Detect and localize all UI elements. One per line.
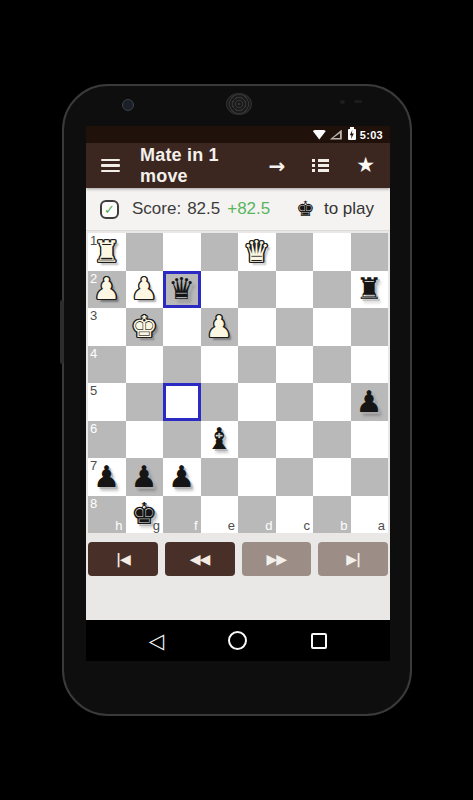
square-d7[interactable] [238, 458, 276, 496]
file-label-c: c [304, 518, 311, 533]
piece-white-rook: ♜ [93, 237, 120, 267]
square-e8[interactable]: e [201, 496, 239, 534]
piece-black-pawn: ♟ [356, 387, 383, 417]
proximity-sensor [340, 100, 345, 104]
rank-label-1: 1 [90, 233, 97, 248]
checkmark-icon: ✓ [104, 203, 115, 216]
screenshot-stage: { "game": "chess", "position": { "fen": … [0, 0, 473, 800]
piece-white-king: ♚ [131, 312, 158, 342]
rank-label-5: 5 [90, 383, 97, 398]
square-d2[interactable] [238, 271, 276, 309]
square-f6[interactable] [163, 421, 201, 459]
score-bar: ✓ Score: 82.5 +82.5 ♚ to play [86, 188, 390, 231]
piece-black-queen: ♛ [168, 274, 195, 304]
square-d1[interactable]: ♛ [238, 233, 276, 271]
front-camera [122, 99, 134, 111]
square-e1[interactable] [201, 233, 239, 271]
screen-filler [86, 576, 390, 620]
piece-black-pawn: ♟ [168, 462, 195, 492]
square-g4[interactable] [126, 346, 164, 384]
app-bar: Mate in 1 move → ★ [86, 143, 390, 188]
square-f4[interactable] [163, 346, 201, 384]
square-d8[interactable]: d [238, 496, 276, 534]
score-value: 82.5 [187, 199, 220, 219]
square-b1[interactable] [313, 233, 351, 271]
piece-black-rook: ♜ [356, 274, 383, 304]
square-f1[interactable] [163, 233, 201, 271]
square-b8[interactable]: b [313, 496, 351, 534]
replay-controls: |◀ ◀◀ ▶▶ ▶| [88, 542, 388, 576]
square-d4[interactable] [238, 346, 276, 384]
square-b5[interactable] [313, 383, 351, 421]
light-sensor [354, 100, 362, 103]
score-label: Score: [132, 199, 181, 219]
rank-label-3: 3 [90, 308, 97, 323]
square-e3[interactable]: ♟ [201, 308, 239, 346]
square-f3[interactable] [163, 308, 201, 346]
square-c2[interactable] [276, 271, 314, 309]
square-a1[interactable] [351, 233, 389, 271]
status-clock: 5:03 [360, 129, 383, 141]
square-a6[interactable] [351, 421, 389, 459]
signal-icon [330, 130, 342, 140]
square-g1[interactable] [126, 233, 164, 271]
square-h4[interactable]: 4 [88, 346, 126, 384]
square-e4[interactable] [201, 346, 239, 384]
next-puzzle-arrow-icon[interactable]: → [268, 156, 285, 176]
square-c3[interactable] [276, 308, 314, 346]
square-h6[interactable]: 6 [88, 421, 126, 459]
square-e5[interactable] [201, 383, 239, 421]
square-h5[interactable]: 5 [88, 383, 126, 421]
square-b7[interactable] [313, 458, 351, 496]
menu-icon[interactable] [101, 159, 120, 173]
wifi-icon [313, 130, 326, 140]
square-b3[interactable] [313, 308, 351, 346]
battery-charging-icon [348, 129, 356, 140]
square-h2[interactable]: 2♟ [88, 271, 126, 309]
square-b2[interactable] [313, 271, 351, 309]
step-back-button[interactable]: ◀◀ [165, 542, 235, 576]
black-king-icon: ♚ [296, 199, 315, 220]
piece-white-pawn: ♟ [93, 274, 120, 304]
file-label-h: h [115, 518, 122, 533]
square-f7[interactable]: ♟ [163, 458, 201, 496]
square-b6[interactable] [313, 421, 351, 459]
rank-label-6: 6 [90, 421, 97, 436]
square-a3[interactable] [351, 308, 389, 346]
phone-body: 5:03 Mate in 1 move → ★ ✓ Score: 82.5 +8… [62, 84, 412, 716]
square-a4[interactable] [351, 346, 389, 384]
square-e2[interactable] [201, 271, 239, 309]
rank-label-7: 7 [90, 458, 97, 473]
square-c5[interactable] [276, 383, 314, 421]
square-d5[interactable] [238, 383, 276, 421]
earpiece-speaker [226, 93, 252, 115]
piece-white-pawn: ♟ [131, 274, 158, 304]
square-h3[interactable]: 3 [88, 308, 126, 346]
square-b4[interactable] [313, 346, 351, 384]
board-wrap: 1♜♛2♟♟♛♜3♚♟45♟6♝7♟♟♟8hg♚fedcba [88, 233, 388, 533]
skip-to-end-button[interactable]: ▶| [318, 542, 388, 576]
rank-label-8: 8 [90, 496, 97, 511]
square-c6[interactable] [276, 421, 314, 459]
puzzle-list-icon[interactable] [312, 159, 329, 172]
square-h1[interactable]: 1♜ [88, 233, 126, 271]
square-c1[interactable] [276, 233, 314, 271]
square-a5[interactable]: ♟ [351, 383, 389, 421]
square-g8[interactable]: g♚ [126, 496, 164, 534]
square-g6[interactable] [126, 421, 164, 459]
file-label-a: a [378, 518, 385, 533]
page-title: Mate in 1 move [140, 145, 268, 187]
square-f8[interactable]: f [163, 496, 201, 534]
app-screen: 5:03 Mate in 1 move → ★ ✓ Score: 82.5 +8… [86, 126, 390, 661]
score-delta: +82.5 [227, 199, 270, 219]
square-c4[interactable] [276, 346, 314, 384]
square-d6[interactable] [238, 421, 276, 459]
piece-black-bishop: ♝ [206, 424, 233, 454]
square-g3[interactable]: ♚ [126, 308, 164, 346]
square-a8[interactable]: a [351, 496, 389, 534]
square-f5[interactable] [163, 383, 201, 421]
status-bar: 5:03 [86, 126, 390, 143]
volume-button [60, 300, 64, 364]
square-d3[interactable] [238, 308, 276, 346]
square-c8[interactable]: c [276, 496, 314, 534]
piece-white-queen: ♛ [243, 237, 270, 267]
favorite-star-icon[interactable]: ★ [356, 155, 375, 176]
piece-black-pawn: ♟ [93, 462, 120, 492]
square-a2[interactable]: ♜ [351, 271, 389, 309]
square-e6[interactable]: ♝ [201, 421, 239, 459]
file-label-d: d [265, 518, 272, 533]
square-h8[interactable]: 8h [88, 496, 126, 534]
step-forward-button[interactable]: ▶▶ [242, 542, 312, 576]
recents-icon[interactable] [311, 633, 327, 649]
square-f2[interactable]: ♛ [163, 271, 201, 309]
square-g2[interactable]: ♟ [126, 271, 164, 309]
home-icon[interactable] [228, 631, 247, 650]
square-g7[interactable]: ♟ [126, 458, 164, 496]
rank-label-2: 2 [90, 271, 97, 286]
piece-black-pawn: ♟ [131, 462, 158, 492]
chess-board: 1♜♛2♟♟♛♜3♚♟45♟6♝7♟♟♟8hg♚fedcba [88, 233, 388, 533]
square-e7[interactable] [201, 458, 239, 496]
android-nav-bar: ◁ [86, 620, 390, 661]
piece-white-pawn: ♟ [206, 312, 233, 342]
file-label-e: e [228, 518, 235, 533]
file-label-b: b [340, 518, 347, 533]
file-label-g: g [153, 518, 160, 533]
rank-label-4: 4 [90, 346, 97, 361]
back-icon[interactable]: ◁ [149, 630, 164, 651]
file-label-f: f [194, 518, 198, 533]
to-play-label: to play [324, 199, 374, 219]
square-c7[interactable] [276, 458, 314, 496]
square-h7[interactable]: 7♟ [88, 458, 126, 496]
solved-checkbox[interactable]: ✓ [100, 200, 119, 219]
skip-to-start-button[interactable]: |◀ [88, 542, 158, 576]
square-g5[interactable] [126, 383, 164, 421]
square-a7[interactable] [351, 458, 389, 496]
